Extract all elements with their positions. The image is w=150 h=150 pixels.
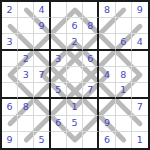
cell-r7c8[interactable] (116, 99, 132, 115)
given-digit: 9 (7, 135, 13, 145)
cell-r1c4[interactable] (51, 2, 67, 18)
cell-r4c3[interactable] (34, 51, 50, 67)
cell-r3c3[interactable] (34, 34, 50, 50)
given-digit: 4 (137, 37, 143, 47)
cell-r6c4[interactable]: 5 (51, 83, 67, 99)
given-digit: 3 (55, 54, 61, 64)
cell-r2c1[interactable] (2, 18, 18, 34)
cell-r8c5[interactable]: 5 (67, 116, 83, 132)
cell-r5c6[interactable] (83, 67, 99, 83)
cell-r2c3[interactable]: 9 (34, 18, 50, 34)
cell-r7c1[interactable]: 6 (2, 99, 18, 115)
cell-r8c8[interactable] (116, 116, 132, 132)
cell-r8c7[interactable]: 9 (99, 116, 115, 132)
cell-r6c8[interactable]: 1 (116, 83, 132, 99)
cell-r8c4[interactable]: 6 (51, 116, 67, 132)
cell-r9c1[interactable]: 9 (2, 132, 18, 148)
cell-r9c8[interactable] (116, 132, 132, 148)
given-digit: 1 (120, 85, 126, 95)
sudoku-grid: 24899683264236374857168176599561 (2, 2, 148, 148)
given-digit: 3 (7, 37, 13, 47)
cell-r3c1[interactable]: 3 (2, 34, 18, 50)
cell-r7c4[interactable] (51, 99, 67, 115)
cell-r1c1[interactable]: 2 (2, 2, 18, 18)
cell-r2c6[interactable]: 8 (83, 18, 99, 34)
cell-r5c3[interactable]: 7 (34, 67, 50, 83)
cell-r4c1[interactable] (2, 51, 18, 67)
given-digit: 6 (120, 37, 126, 47)
cell-r1c9[interactable]: 9 (132, 2, 148, 18)
cell-r8c1[interactable] (2, 116, 18, 132)
cell-r3c4[interactable] (51, 34, 67, 50)
cell-r5c4[interactable] (51, 67, 67, 83)
cell-r7c6[interactable] (83, 99, 99, 115)
cell-r6c6[interactable]: 7 (83, 83, 99, 99)
cell-r7c3[interactable] (34, 99, 50, 115)
cell-r7c7[interactable] (99, 99, 115, 115)
given-digit: 6 (55, 118, 61, 128)
cell-r3c5[interactable]: 2 (67, 34, 83, 50)
cell-r5c1[interactable] (2, 67, 18, 83)
given-digit: 8 (87, 21, 93, 31)
cell-r4c9[interactable] (132, 51, 148, 67)
cell-r5c2[interactable]: 3 (18, 67, 34, 83)
cell-r9c3[interactable]: 5 (34, 132, 50, 148)
cell-r9c9[interactable]: 1 (132, 132, 148, 148)
cell-r2c9[interactable] (132, 18, 148, 34)
cell-r3c7[interactable] (99, 34, 115, 50)
cell-r4c2[interactable]: 2 (18, 51, 34, 67)
given-digit: 6 (7, 102, 13, 112)
cell-r7c5[interactable]: 1 (67, 99, 83, 115)
cell-r3c6[interactable] (83, 34, 99, 50)
given-digit: 8 (120, 70, 126, 80)
cell-r2c8[interactable] (116, 18, 132, 34)
given-digit: 4 (39, 5, 45, 15)
cell-r6c3[interactable] (34, 83, 50, 99)
cell-r9c5[interactable] (67, 132, 83, 148)
cell-r5c9[interactable] (132, 67, 148, 83)
cell-r6c1[interactable] (2, 83, 18, 99)
given-digit: 6 (104, 135, 110, 145)
given-digit: 1 (71, 102, 77, 112)
cell-r6c7[interactable] (99, 83, 115, 99)
cell-r4c6[interactable]: 6 (83, 51, 99, 67)
cell-r3c8[interactable]: 6 (116, 34, 132, 50)
cell-r8c2[interactable] (18, 116, 34, 132)
cell-r8c6[interactable] (83, 116, 99, 132)
cell-r6c2[interactable] (18, 83, 34, 99)
cell-r2c4[interactable] (51, 18, 67, 34)
cell-r8c3[interactable] (34, 116, 50, 132)
given-digit: 6 (71, 21, 77, 31)
given-digit: 7 (87, 85, 93, 95)
cell-r7c9[interactable]: 7 (132, 99, 148, 115)
given-digit: 9 (104, 118, 110, 128)
cell-r2c5[interactable]: 6 (67, 18, 83, 34)
given-digit: 2 (71, 37, 77, 47)
cell-r5c7[interactable]: 4 (99, 67, 115, 83)
given-digit: 3 (23, 70, 29, 80)
cell-r2c2[interactable] (18, 18, 34, 34)
cell-r4c8[interactable] (116, 51, 132, 67)
given-digit: 9 (39, 21, 45, 31)
cell-r9c7[interactable]: 6 (99, 132, 115, 148)
cell-r1c6[interactable] (83, 2, 99, 18)
given-digit: 8 (23, 102, 29, 112)
given-digit: 4 (104, 70, 110, 80)
cell-r5c8[interactable]: 8 (116, 67, 132, 83)
cell-r2c7[interactable] (99, 18, 115, 34)
given-digit: 7 (137, 102, 143, 112)
sudoku-board: 24899683264236374857168176599561 (0, 0, 150, 150)
given-digit: 1 (137, 135, 143, 145)
given-digit: 2 (23, 54, 29, 64)
cell-r1c8[interactable] (116, 2, 132, 18)
given-digit: 5 (71, 118, 77, 128)
cell-r4c7[interactable] (99, 51, 115, 67)
cell-r1c3[interactable]: 4 (34, 2, 50, 18)
cell-r8c9[interactable] (132, 116, 148, 132)
cell-r6c9[interactable] (132, 83, 148, 99)
cell-r1c2[interactable] (18, 2, 34, 18)
cell-r3c2[interactable] (18, 34, 34, 50)
cell-r4c5[interactable] (67, 51, 83, 67)
cell-r1c5[interactable] (67, 2, 83, 18)
cell-r7c2[interactable]: 8 (18, 99, 34, 115)
given-digit: 2 (7, 5, 13, 15)
cell-r9c4[interactable] (51, 132, 67, 148)
cell-r9c6[interactable] (83, 132, 99, 148)
cell-r6c5[interactable] (67, 83, 83, 99)
given-digit: 9 (137, 5, 143, 15)
given-digit: 5 (39, 135, 45, 145)
given-digit: 7 (39, 70, 45, 80)
cell-r1c7[interactable]: 8 (99, 2, 115, 18)
given-digit: 6 (87, 54, 93, 64)
given-digit: 5 (55, 85, 61, 95)
cell-r9c2[interactable] (18, 132, 34, 148)
cell-r3c9[interactable]: 4 (132, 34, 148, 50)
cell-r4c4[interactable]: 3 (51, 51, 67, 67)
given-digit: 8 (104, 5, 110, 15)
cell-r5c5[interactable] (67, 67, 83, 83)
